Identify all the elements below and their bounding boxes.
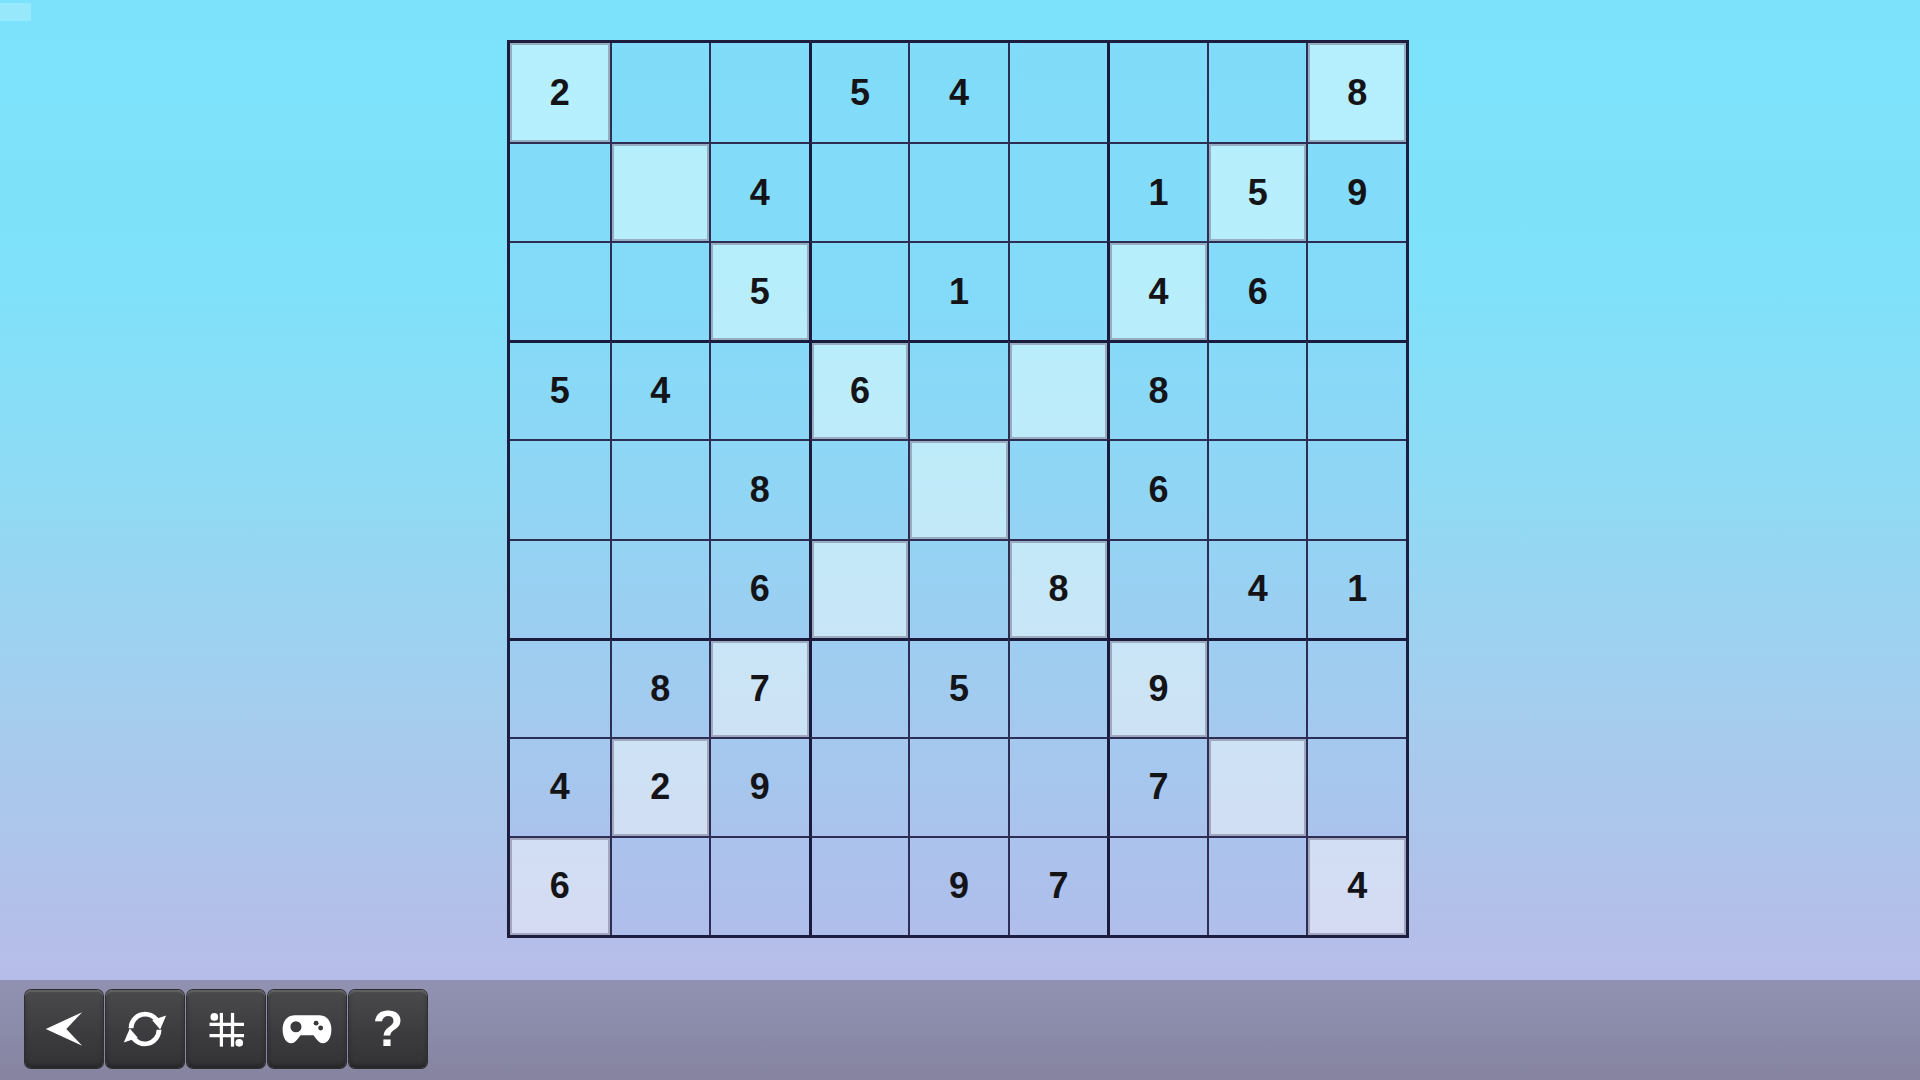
cell-r4c5[interactable]: [908, 340, 1008, 439]
restart-button[interactable]: [106, 990, 184, 1068]
cell-r4c7[interactable]: 8: [1107, 340, 1207, 439]
cell-r3c6[interactable]: [1008, 241, 1108, 340]
toolbar-button-row: ?: [25, 990, 427, 1068]
cell-r9c3[interactable]: [709, 836, 809, 935]
cell-r1c8[interactable]: [1207, 43, 1307, 142]
cell-r7c8[interactable]: [1207, 638, 1307, 737]
cell-r6c9[interactable]: 1: [1306, 539, 1406, 638]
cell-r5c5[interactable]: [908, 439, 1008, 538]
cell-r8c6[interactable]: [1008, 737, 1108, 836]
screen-corner-artifact: [0, 3, 31, 21]
cell-r8c4[interactable]: [809, 737, 909, 836]
cell-r2c8[interactable]: 5: [1207, 142, 1307, 241]
cell-r7c9[interactable]: [1306, 638, 1406, 737]
cell-r5c4[interactable]: [809, 439, 909, 538]
cell-r2c5[interactable]: [908, 142, 1008, 241]
cell-r1c6[interactable]: [1008, 43, 1108, 142]
cell-r3c9[interactable]: [1306, 241, 1406, 340]
cell-r8c5[interactable]: [908, 737, 1008, 836]
cell-r6c2[interactable]: [610, 539, 710, 638]
cell-r3c7[interactable]: 4: [1107, 241, 1207, 340]
cell-r2c9[interactable]: 9: [1306, 142, 1406, 241]
cell-r1c5[interactable]: 4: [908, 43, 1008, 142]
back-button[interactable]: [25, 990, 103, 1068]
cell-r4c4[interactable]: 6: [809, 340, 909, 439]
cell-r8c1[interactable]: 4: [510, 737, 610, 836]
cell-r1c2[interactable]: [610, 43, 710, 142]
cell-r7c5[interactable]: 5: [908, 638, 1008, 737]
cell-r3c1[interactable]: [510, 241, 610, 340]
cell-r7c3[interactable]: 7: [709, 638, 809, 737]
cell-r4c6[interactable]: [1008, 340, 1108, 439]
cell-r4c8[interactable]: [1207, 340, 1307, 439]
cell-r5c6[interactable]: [1008, 439, 1108, 538]
cell-r4c3[interactable]: [709, 340, 809, 439]
cell-r9c4[interactable]: [809, 836, 909, 935]
cell-r4c2[interactable]: 4: [610, 340, 710, 439]
cell-r8c3[interactable]: 9: [709, 737, 809, 836]
cell-r5c9[interactable]: [1306, 439, 1406, 538]
cell-r7c2[interactable]: 8: [610, 638, 710, 737]
cell-r9c5[interactable]: 9: [908, 836, 1008, 935]
cell-r5c1[interactable]: [510, 439, 610, 538]
cell-r3c4[interactable]: [809, 241, 909, 340]
cell-r5c2[interactable]: [610, 439, 710, 538]
cell-r9c9[interactable]: 4: [1306, 836, 1406, 935]
cell-r3c3[interactable]: 5: [709, 241, 809, 340]
cell-r6c6[interactable]: 8: [1008, 539, 1108, 638]
back-arrow-icon: [41, 1006, 87, 1052]
cell-r7c7[interactable]: 9: [1107, 638, 1207, 737]
cell-r2c6[interactable]: [1008, 142, 1108, 241]
cell-r7c6[interactable]: [1008, 638, 1108, 737]
cell-r6c3[interactable]: 6: [709, 539, 809, 638]
cell-r5c7[interactable]: 6: [1107, 439, 1207, 538]
cell-r1c9[interactable]: 8: [1306, 43, 1406, 142]
cell-r2c1[interactable]: [510, 142, 610, 241]
cell-r4c1[interactable]: 5: [510, 340, 610, 439]
cell-r7c1[interactable]: [510, 638, 610, 737]
cell-r9c1[interactable]: 6: [510, 836, 610, 935]
cell-r4c9[interactable]: [1306, 340, 1406, 439]
bottom-toolbar: ?: [0, 980, 1920, 1080]
cell-r3c8[interactable]: 6: [1207, 241, 1307, 340]
cell-r1c3[interactable]: [709, 43, 809, 142]
help-button[interactable]: ?: [349, 990, 427, 1068]
cell-r6c1[interactable]: [510, 539, 610, 638]
cell-r2c3[interactable]: 4: [709, 142, 809, 241]
cell-r1c7[interactable]: [1107, 43, 1207, 142]
cell-r5c3[interactable]: 8: [709, 439, 809, 538]
cell-r1c1[interactable]: 2: [510, 43, 610, 142]
puzzle-grid-button[interactable]: [187, 990, 265, 1068]
cell-r9c6[interactable]: 7: [1008, 836, 1108, 935]
gamepad-icon: [281, 1011, 333, 1047]
cell-r3c2[interactable]: [610, 241, 710, 340]
cell-r5c8[interactable]: [1207, 439, 1307, 538]
cell-r2c4[interactable]: [809, 142, 909, 241]
cell-r6c7[interactable]: [1107, 539, 1207, 638]
sudoku-grid-icon: [203, 1006, 249, 1052]
cell-r8c9[interactable]: [1306, 737, 1406, 836]
restart-icon: [121, 1005, 169, 1053]
controller-button[interactable]: [268, 990, 346, 1068]
cell-r9c8[interactable]: [1207, 836, 1307, 935]
cell-r7c4[interactable]: [809, 638, 909, 737]
cell-r9c2[interactable]: [610, 836, 710, 935]
cell-r2c2[interactable]: [610, 142, 710, 241]
cell-r8c7[interactable]: 7: [1107, 737, 1207, 836]
cell-r8c2[interactable]: 2: [610, 737, 710, 836]
question-mark-icon: ?: [373, 1004, 404, 1054]
cell-r8c8[interactable]: [1207, 737, 1307, 836]
cell-r9c7[interactable]: [1107, 836, 1207, 935]
cell-r2c7[interactable]: 1: [1107, 142, 1207, 241]
cell-r6c5[interactable]: [908, 539, 1008, 638]
cell-r1c4[interactable]: 5: [809, 43, 909, 142]
cell-r3c5[interactable]: 1: [908, 241, 1008, 340]
sudoku-board: 2548415951465468866841875942976974: [507, 40, 1409, 938]
cell-r6c4[interactable]: [809, 539, 909, 638]
cell-r6c8[interactable]: 4: [1207, 539, 1307, 638]
